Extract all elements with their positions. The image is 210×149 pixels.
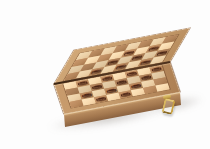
latch-ring — [161, 98, 175, 115]
board-square — [155, 83, 169, 91]
product-photo-canvas: ⛂⛂⛂⛂⛂⛂⛂⛂ ⛂⛂⛂⛂⛂⛂⛂⛂⛂⛂⛂⛂ — [0, 0, 210, 149]
brass-latch — [159, 93, 175, 115]
